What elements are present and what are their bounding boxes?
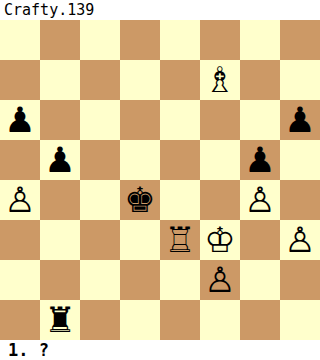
- square-h2[interactable]: [280, 260, 320, 300]
- white-bishop[interactable]: ♗: [200, 60, 240, 100]
- square-b8[interactable]: [40, 20, 80, 60]
- square-a5[interactable]: [0, 140, 40, 180]
- window-title: Crafty.139: [0, 0, 320, 20]
- square-a3[interactable]: [0, 220, 40, 260]
- square-g6[interactable]: [240, 100, 280, 140]
- square-e6[interactable]: [160, 100, 200, 140]
- black-pawn[interactable]: ♟: [40, 140, 80, 180]
- square-d1[interactable]: [120, 300, 160, 340]
- square-a4[interactable]: ♙: [0, 180, 40, 220]
- square-h6[interactable]: ♟: [280, 100, 320, 140]
- white-rook[interactable]: ♖: [160, 220, 200, 260]
- square-g7[interactable]: [240, 60, 280, 100]
- square-b3[interactable]: [40, 220, 80, 260]
- square-h5[interactable]: [280, 140, 320, 180]
- square-d8[interactable]: [120, 20, 160, 60]
- white-pawn[interactable]: ♙: [0, 180, 40, 220]
- square-d4[interactable]: ♚: [120, 180, 160, 220]
- square-d6[interactable]: [120, 100, 160, 140]
- black-king[interactable]: ♚: [120, 180, 160, 220]
- square-h7[interactable]: [280, 60, 320, 100]
- square-f5[interactable]: [200, 140, 240, 180]
- square-c5[interactable]: [80, 140, 120, 180]
- square-d5[interactable]: [120, 140, 160, 180]
- chess-board[interactable]: ♗♟♟♟♟♙♚♙♖♔♙♙♜: [0, 20, 320, 340]
- white-pawn[interactable]: ♙: [280, 220, 320, 260]
- square-f3[interactable]: ♔: [200, 220, 240, 260]
- black-pawn[interactable]: ♟: [0, 100, 40, 140]
- square-b2[interactable]: [40, 260, 80, 300]
- black-pawn[interactable]: ♟: [240, 140, 280, 180]
- square-e8[interactable]: [160, 20, 200, 60]
- square-b4[interactable]: [40, 180, 80, 220]
- square-h1[interactable]: [280, 300, 320, 340]
- black-pawn[interactable]: ♟: [280, 100, 320, 140]
- square-e5[interactable]: [160, 140, 200, 180]
- square-a2[interactable]: [0, 260, 40, 300]
- white-pawn[interactable]: ♙: [240, 180, 280, 220]
- square-g5[interactable]: ♟: [240, 140, 280, 180]
- square-c7[interactable]: [80, 60, 120, 100]
- square-h8[interactable]: [280, 20, 320, 60]
- square-c4[interactable]: [80, 180, 120, 220]
- square-f7[interactable]: ♗: [200, 60, 240, 100]
- square-g1[interactable]: [240, 300, 280, 340]
- square-a1[interactable]: [0, 300, 40, 340]
- square-d7[interactable]: [120, 60, 160, 100]
- move-prompt: 1. ?: [0, 340, 320, 360]
- square-a8[interactable]: [0, 20, 40, 60]
- square-b6[interactable]: [40, 100, 80, 140]
- square-a7[interactable]: [0, 60, 40, 100]
- square-f6[interactable]: [200, 100, 240, 140]
- square-h3[interactable]: ♙: [280, 220, 320, 260]
- square-e4[interactable]: [160, 180, 200, 220]
- square-g2[interactable]: [240, 260, 280, 300]
- square-g8[interactable]: [240, 20, 280, 60]
- square-b7[interactable]: [40, 60, 80, 100]
- square-g4[interactable]: ♙: [240, 180, 280, 220]
- square-f1[interactable]: [200, 300, 240, 340]
- square-e2[interactable]: [160, 260, 200, 300]
- square-f8[interactable]: [200, 20, 240, 60]
- square-e3[interactable]: ♖: [160, 220, 200, 260]
- square-c1[interactable]: [80, 300, 120, 340]
- square-a6[interactable]: ♟: [0, 100, 40, 140]
- black-rook[interactable]: ♜: [40, 300, 80, 340]
- square-c3[interactable]: [80, 220, 120, 260]
- square-c2[interactable]: [80, 260, 120, 300]
- square-g3[interactable]: [240, 220, 280, 260]
- square-b5[interactable]: ♟: [40, 140, 80, 180]
- white-king[interactable]: ♔: [200, 220, 240, 260]
- square-f2[interactable]: ♙: [200, 260, 240, 300]
- square-e7[interactable]: [160, 60, 200, 100]
- square-c8[interactable]: [80, 20, 120, 60]
- square-c6[interactable]: [80, 100, 120, 140]
- square-d2[interactable]: [120, 260, 160, 300]
- square-e1[interactable]: [160, 300, 200, 340]
- square-f4[interactable]: [200, 180, 240, 220]
- square-d3[interactable]: [120, 220, 160, 260]
- square-b1[interactable]: ♜: [40, 300, 80, 340]
- square-h4[interactable]: [280, 180, 320, 220]
- crafty-window: Crafty.139 ♗♟♟♟♟♙♚♙♖♔♙♙♜ 1. ?: [0, 0, 320, 360]
- white-pawn[interactable]: ♙: [200, 260, 240, 300]
